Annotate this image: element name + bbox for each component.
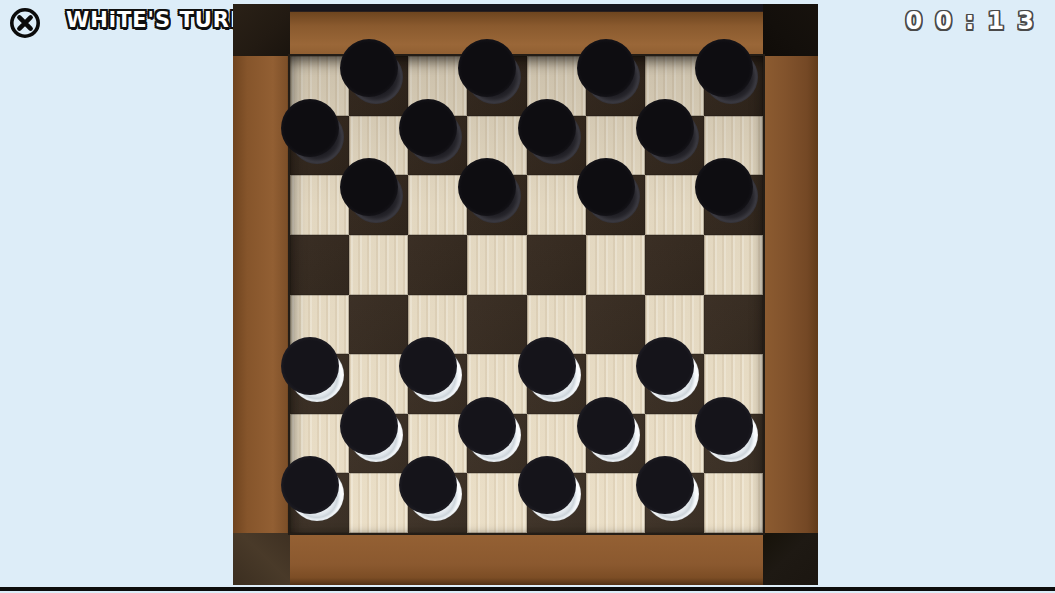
- square-r6c1[interactable]: [349, 414, 408, 474]
- board-frame-bottom: [290, 533, 763, 585]
- checkers-board: [233, 4, 818, 585]
- white-piece[interactable]: [349, 408, 403, 462]
- square-r3c3: [467, 235, 526, 295]
- black-piece[interactable]: [586, 169, 640, 223]
- square-r1c2[interactable]: [408, 116, 467, 176]
- white-piece[interactable]: [704, 408, 758, 462]
- white-piece[interactable]: [586, 408, 640, 462]
- board-frame-right: [763, 56, 818, 533]
- black-piece[interactable]: [527, 110, 581, 164]
- white-piece[interactable]: [408, 467, 462, 521]
- board-frame-corner-top-right: [763, 4, 818, 56]
- square-r5c4[interactable]: [527, 354, 586, 414]
- black-piece[interactable]: [349, 169, 403, 223]
- square-r2c7[interactable]: [704, 175, 763, 235]
- square-r3c0[interactable]: [290, 235, 349, 295]
- board-grid: [290, 56, 763, 533]
- square-r3c1: [349, 235, 408, 295]
- square-r1c0[interactable]: [290, 116, 349, 176]
- square-r0c3[interactable]: [467, 56, 526, 116]
- square-r3c2[interactable]: [408, 235, 467, 295]
- square-r3c6[interactable]: [645, 235, 704, 295]
- close-icon: [8, 6, 42, 40]
- square-r4c3[interactable]: [467, 295, 526, 355]
- white-piece[interactable]: [290, 348, 344, 402]
- square-r6c7[interactable]: [704, 414, 763, 474]
- square-r7c2[interactable]: [408, 473, 467, 533]
- white-piece[interactable]: [527, 467, 581, 521]
- square-r2c1[interactable]: [349, 175, 408, 235]
- square-r4c1[interactable]: [349, 295, 408, 355]
- black-piece[interactable]: [408, 110, 462, 164]
- turn-indicator: WHiTE'S TURN: [66, 8, 249, 32]
- square-r7c6[interactable]: [645, 473, 704, 533]
- square-r0c1[interactable]: [349, 56, 408, 116]
- square-r5c0[interactable]: [290, 354, 349, 414]
- white-piece[interactable]: [645, 348, 699, 402]
- white-piece[interactable]: [645, 467, 699, 521]
- close-button[interactable]: [8, 6, 42, 40]
- game-screen: WHiTE'S TURN 00:13: [0, 0, 1055, 593]
- square-r2c3[interactable]: [467, 175, 526, 235]
- square-r0c7[interactable]: [704, 56, 763, 116]
- board-frame-corner-bottom-left: [233, 533, 290, 585]
- square-r7c4[interactable]: [527, 473, 586, 533]
- white-piece[interactable]: [467, 408, 521, 462]
- square-r6c5[interactable]: [586, 414, 645, 474]
- square-r0c5[interactable]: [586, 56, 645, 116]
- square-r6c3[interactable]: [467, 414, 526, 474]
- bottom-border: [0, 587, 1055, 591]
- white-piece[interactable]: [527, 348, 581, 402]
- black-piece[interactable]: [586, 50, 640, 104]
- square-r4c5[interactable]: [586, 295, 645, 355]
- black-piece[interactable]: [349, 50, 403, 104]
- black-piece[interactable]: [645, 110, 699, 164]
- square-r5c2[interactable]: [408, 354, 467, 414]
- game-timer: 00:13: [906, 7, 1047, 35]
- board-frame-corner-bottom-right: [763, 533, 818, 585]
- black-piece[interactable]: [704, 169, 758, 223]
- black-piece[interactable]: [704, 50, 758, 104]
- square-r3c4[interactable]: [527, 235, 586, 295]
- square-r5c6[interactable]: [645, 354, 704, 414]
- black-piece[interactable]: [290, 110, 344, 164]
- board-frame-corner-top-left: [233, 4, 290, 56]
- square-r2c5[interactable]: [586, 175, 645, 235]
- square-r3c5: [586, 235, 645, 295]
- white-piece[interactable]: [290, 467, 344, 521]
- square-r3c7: [704, 235, 763, 295]
- square-r7c0[interactable]: [290, 473, 349, 533]
- white-piece[interactable]: [408, 348, 462, 402]
- black-piece[interactable]: [467, 169, 521, 223]
- square-r7c7: [704, 473, 763, 533]
- square-r4c7[interactable]: [704, 295, 763, 355]
- square-r1c6[interactable]: [645, 116, 704, 176]
- square-r1c4[interactable]: [527, 116, 586, 176]
- black-piece[interactable]: [467, 50, 521, 104]
